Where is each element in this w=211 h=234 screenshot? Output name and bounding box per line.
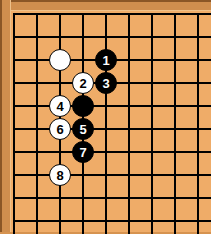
board-stones-grid: 12345678 xyxy=(3,3,210,233)
stone-black-plain xyxy=(72,95,94,117)
stone-white-plain xyxy=(49,49,71,71)
stone-white-6: 6 xyxy=(49,118,71,140)
stone-black-5: 5 xyxy=(72,118,94,140)
go-board-diagram: 12345678 xyxy=(0,0,211,234)
stone-black-1: 1 xyxy=(95,49,117,71)
stone-black-7: 7 xyxy=(72,141,94,163)
stone-white-4: 4 xyxy=(49,95,71,117)
stone-black-3: 3 xyxy=(95,72,117,94)
stone-white-8: 8 xyxy=(49,164,71,186)
stone-white-2: 2 xyxy=(72,72,94,94)
